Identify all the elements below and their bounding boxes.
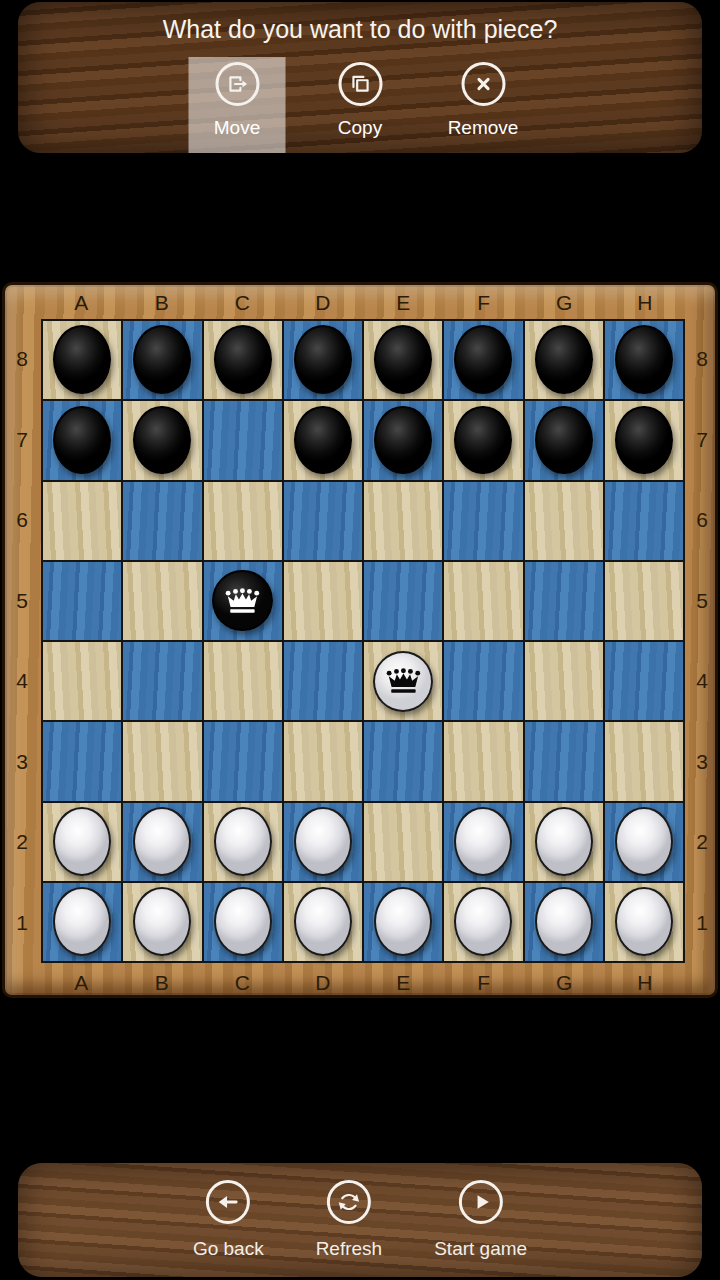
copy-label: Copy: [338, 117, 382, 139]
rank-label-7: 7: [687, 400, 717, 481]
white-man-D2[interactable]: [294, 807, 352, 876]
square-D2[interactable]: [284, 803, 362, 881]
black-man-F8[interactable]: [454, 325, 512, 394]
square-A8[interactable]: [43, 321, 121, 399]
black-king-C5[interactable]: [212, 570, 272, 631]
square-D8[interactable]: [284, 321, 362, 399]
square-E6[interactable]: [364, 482, 442, 560]
square-H5[interactable]: [605, 562, 683, 640]
black-man-D7[interactable]: [294, 406, 352, 475]
start-game-label: Start game: [434, 1238, 527, 1260]
piece-action-dialog: What do you want to do with piece? Move …: [18, 2, 702, 153]
white-king-E4[interactable]: [373, 651, 433, 712]
file-label-G: G: [524, 969, 605, 997]
file-label-C: C: [202, 289, 283, 317]
square-A3[interactable]: [43, 722, 121, 800]
file-label-C: C: [202, 969, 283, 997]
white-man-G1[interactable]: [535, 887, 593, 956]
square-D3[interactable]: [284, 722, 362, 800]
square-A2[interactable]: [43, 803, 121, 881]
black-man-H8[interactable]: [615, 325, 673, 394]
square-C3[interactable]: [204, 722, 282, 800]
file-label-E: E: [363, 969, 444, 997]
white-man-E1[interactable]: [374, 887, 432, 956]
black-man-H7[interactable]: [615, 406, 673, 475]
toolbar-row: Go back Refresh Start game: [193, 1175, 527, 1260]
square-H8[interactable]: [605, 321, 683, 399]
square-F4[interactable]: [444, 642, 522, 720]
dialog-title: What do you want to do with piece?: [18, 2, 702, 44]
square-G5[interactable]: [525, 562, 603, 640]
file-label-H: H: [605, 289, 686, 317]
square-F8[interactable]: [444, 321, 522, 399]
black-man-A8[interactable]: [53, 325, 111, 394]
square-C1[interactable]: [204, 883, 282, 961]
square-D5[interactable]: [284, 562, 362, 640]
rank-label-1: 1: [7, 883, 37, 964]
square-B8[interactable]: [123, 321, 201, 399]
square-G6[interactable]: [525, 482, 603, 560]
white-man-F2[interactable]: [454, 807, 512, 876]
square-C7[interactable]: [204, 401, 282, 479]
square-G4[interactable]: [525, 642, 603, 720]
square-A4[interactable]: [43, 642, 121, 720]
file-label-H: H: [605, 969, 686, 997]
file-label-B: B: [122, 289, 203, 317]
square-F3[interactable]: [444, 722, 522, 800]
white-man-B1[interactable]: [133, 887, 191, 956]
black-man-A7[interactable]: [53, 406, 111, 475]
square-B2[interactable]: [123, 803, 201, 881]
square-A5[interactable]: [43, 562, 121, 640]
square-F7[interactable]: [444, 401, 522, 479]
file-label-D: D: [283, 289, 364, 317]
file-label-F: F: [444, 969, 525, 997]
rank-labels-right: 87654321: [687, 319, 717, 963]
board-grid: [41, 319, 685, 963]
square-F6[interactable]: [444, 482, 522, 560]
black-man-E8[interactable]: [374, 325, 432, 394]
square-E2[interactable]: [364, 803, 442, 881]
rank-label-1: 1: [687, 883, 717, 964]
file-label-F: F: [444, 289, 525, 317]
remove-label: Remove: [448, 117, 519, 139]
back-arrow-icon: [206, 1180, 250, 1224]
square-E4[interactable]: [364, 642, 442, 720]
square-C8[interactable]: [204, 321, 282, 399]
square-E3[interactable]: [364, 722, 442, 800]
rank-label-8: 8: [7, 319, 37, 400]
file-label-G: G: [524, 289, 605, 317]
square-C2[interactable]: [204, 803, 282, 881]
square-C4[interactable]: [204, 642, 282, 720]
move-label: Move: [214, 117, 260, 139]
rank-label-4: 4: [7, 641, 37, 722]
black-man-G7[interactable]: [535, 406, 593, 475]
checkers-board: ABCDEFGH ABCDEFGH 87654321 87654321: [2, 282, 718, 998]
white-man-A1[interactable]: [53, 887, 111, 956]
square-B3[interactable]: [123, 722, 201, 800]
square-G7[interactable]: [525, 401, 603, 479]
square-G8[interactable]: [525, 321, 603, 399]
square-E7[interactable]: [364, 401, 442, 479]
start-game-button[interactable]: Start game: [434, 1175, 527, 1260]
square-D7[interactable]: [284, 401, 362, 479]
rank-label-4: 4: [687, 641, 717, 722]
square-E8[interactable]: [364, 321, 442, 399]
white-man-C2[interactable]: [214, 807, 272, 876]
square-E1[interactable]: [364, 883, 442, 961]
refresh-icon: [327, 1180, 371, 1224]
white-man-A2[interactable]: [53, 807, 111, 876]
remove-button[interactable]: Remove: [435, 57, 532, 153]
file-label-A: A: [41, 289, 122, 317]
square-H4[interactable]: [605, 642, 683, 720]
dialog-actions: Move Copy Remove: [189, 57, 532, 153]
square-A1[interactable]: [43, 883, 121, 961]
square-H7[interactable]: [605, 401, 683, 479]
copy-button[interactable]: Copy: [312, 57, 409, 153]
square-H3[interactable]: [605, 722, 683, 800]
square-C6[interactable]: [204, 482, 282, 560]
square-D1[interactable]: [284, 883, 362, 961]
square-H6[interactable]: [605, 482, 683, 560]
rank-label-2: 2: [7, 802, 37, 883]
white-man-H2[interactable]: [615, 807, 673, 876]
white-man-H1[interactable]: [615, 887, 673, 956]
move-button[interactable]: Move: [189, 57, 286, 153]
black-man-G8[interactable]: [535, 325, 593, 394]
file-label-B: B: [122, 969, 203, 997]
black-man-B8[interactable]: [133, 325, 191, 394]
square-H2[interactable]: [605, 803, 683, 881]
square-F2[interactable]: [444, 803, 522, 881]
rank-label-7: 7: [7, 400, 37, 481]
white-man-G2[interactable]: [535, 807, 593, 876]
rank-label-5: 5: [7, 561, 37, 642]
rank-label-3: 3: [687, 722, 717, 803]
square-F1[interactable]: [444, 883, 522, 961]
go-back-label: Go back: [193, 1238, 264, 1260]
play-icon: [459, 1180, 503, 1224]
rank-labels-left: 87654321: [7, 319, 37, 963]
square-G2[interactable]: [525, 803, 603, 881]
square-B5[interactable]: [123, 562, 201, 640]
go-back-button[interactable]: Go back: [193, 1175, 264, 1260]
white-man-F1[interactable]: [454, 887, 512, 956]
move-out-icon: [215, 62, 259, 106]
square-H1[interactable]: [605, 883, 683, 961]
file-label-D: D: [283, 969, 364, 997]
square-A6[interactable]: [43, 482, 121, 560]
rank-label-8: 8: [687, 319, 717, 400]
white-man-B2[interactable]: [133, 807, 191, 876]
black-man-D8[interactable]: [294, 325, 352, 394]
file-label-E: E: [363, 289, 444, 317]
square-B1[interactable]: [123, 883, 201, 961]
square-B7[interactable]: [123, 401, 201, 479]
square-A7[interactable]: [43, 401, 121, 479]
square-B6[interactable]: [123, 482, 201, 560]
file-label-A: A: [41, 969, 122, 997]
square-G3[interactable]: [525, 722, 603, 800]
file-labels-top: ABCDEFGH: [41, 289, 685, 317]
rank-label-6: 6: [7, 480, 37, 561]
rank-label-3: 3: [7, 722, 37, 803]
refresh-button[interactable]: Refresh: [316, 1175, 383, 1260]
refresh-label: Refresh: [316, 1238, 383, 1260]
white-man-D1[interactable]: [294, 887, 352, 956]
rank-label-6: 6: [687, 480, 717, 561]
square-D6[interactable]: [284, 482, 362, 560]
remove-icon: [461, 62, 505, 106]
black-man-E7[interactable]: [374, 406, 432, 475]
square-D4[interactable]: [284, 642, 362, 720]
bottom-toolbar: Go back Refresh Start game: [18, 1163, 702, 1277]
square-B4[interactable]: [123, 642, 201, 720]
black-man-C8[interactable]: [214, 325, 272, 394]
white-man-C1[interactable]: [214, 887, 272, 956]
square-G1[interactable]: [525, 883, 603, 961]
black-man-F7[interactable]: [454, 406, 512, 475]
square-F5[interactable]: [444, 562, 522, 640]
square-C5[interactable]: [204, 562, 282, 640]
rank-label-2: 2: [687, 802, 717, 883]
rank-label-5: 5: [687, 561, 717, 642]
copy-icon: [338, 62, 382, 106]
black-man-B7[interactable]: [133, 406, 191, 475]
file-labels-bottom: ABCDEFGH: [41, 969, 685, 997]
square-E5[interactable]: [364, 562, 442, 640]
